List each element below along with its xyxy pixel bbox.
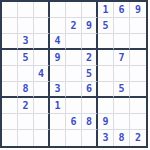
cell-r5c5[interactable] [66, 66, 82, 82]
cell-r4c4[interactable]: 9 [50, 50, 66, 66]
cell-r8c5[interactable]: 6 [66, 114, 82, 130]
cell-r9c1[interactable] [2, 130, 18, 146]
cell-r2c7[interactable]: 5 [98, 18, 114, 34]
cell-r8c6[interactable]: 8 [82, 114, 98, 130]
cell-r1c3[interactable] [34, 2, 50, 18]
cell-r6c1[interactable] [2, 82, 18, 98]
cell-r9c7[interactable]: 3 [98, 130, 114, 146]
cell-r5c8[interactable] [114, 66, 130, 82]
cell-r1c8[interactable]: 6 [114, 2, 130, 18]
cell-r1c1[interactable] [2, 2, 18, 18]
cell-r7c1[interactable] [2, 98, 18, 114]
cell-r5c1[interactable] [2, 66, 18, 82]
cell-r2c9[interactable] [130, 18, 146, 34]
cell-r7c6[interactable] [82, 98, 98, 114]
cell-r6c7[interactable] [98, 82, 114, 98]
cell-r1c7[interactable]: 1 [98, 2, 114, 18]
cell-r8c8[interactable] [114, 114, 130, 130]
cell-r5c3[interactable]: 4 [34, 66, 50, 82]
cell-r6c5[interactable] [66, 82, 82, 98]
cell-r3c8[interactable] [114, 34, 130, 50]
cell-r3c4[interactable]: 4 [50, 34, 66, 50]
cell-r8c3[interactable] [34, 114, 50, 130]
cell-r7c8[interactable] [114, 98, 130, 114]
cell-r7c7[interactable] [98, 98, 114, 114]
sudoku-puzzle: 16929534592745836521689382 [0, 0, 150, 150]
cell-r2c8[interactable] [114, 18, 130, 34]
cell-r6c8[interactable]: 5 [114, 82, 130, 98]
cell-r2c3[interactable] [34, 18, 50, 34]
cell-r1c4[interactable] [50, 2, 66, 18]
cell-r6c3[interactable] [34, 82, 50, 98]
cell-r1c2[interactable] [18, 2, 34, 18]
cell-r8c9[interactable] [130, 114, 146, 130]
cell-r8c2[interactable] [18, 114, 34, 130]
cell-r3c3[interactable] [34, 34, 50, 50]
cell-r7c9[interactable] [130, 98, 146, 114]
cell-r7c5[interactable] [66, 98, 82, 114]
cell-r6c6[interactable]: 6 [82, 82, 98, 98]
cell-r1c6[interactable] [82, 2, 98, 18]
cell-r1c9[interactable]: 9 [130, 2, 146, 18]
cell-r2c1[interactable] [2, 18, 18, 34]
cell-r3c5[interactable] [66, 34, 82, 50]
cell-r9c6[interactable] [82, 130, 98, 146]
cell-r4c5[interactable] [66, 50, 82, 66]
cell-r9c9[interactable]: 2 [130, 130, 146, 146]
cell-r7c2[interactable]: 2 [18, 98, 34, 114]
cell-r5c4[interactable] [50, 66, 66, 82]
cell-r5c6[interactable]: 5 [82, 66, 98, 82]
cell-r3c9[interactable] [130, 34, 146, 50]
cell-r5c7[interactable] [98, 66, 114, 82]
cell-r3c7[interactable] [98, 34, 114, 50]
cell-r5c2[interactable] [18, 66, 34, 82]
cell-r9c2[interactable] [18, 130, 34, 146]
cell-r4c2[interactable]: 5 [18, 50, 34, 66]
cell-r8c1[interactable] [2, 114, 18, 130]
cell-r4c7[interactable] [98, 50, 114, 66]
cell-r7c3[interactable] [34, 98, 50, 114]
cell-r4c8[interactable]: 7 [114, 50, 130, 66]
cell-r7c4[interactable]: 1 [50, 98, 66, 114]
cell-r9c4[interactable] [50, 130, 66, 146]
cell-r3c2[interactable]: 3 [18, 34, 34, 50]
cell-r1c5[interactable] [66, 2, 82, 18]
cell-r4c3[interactable] [34, 50, 50, 66]
cell-r8c7[interactable]: 9 [98, 114, 114, 130]
cell-r9c3[interactable] [34, 130, 50, 146]
cell-r3c1[interactable] [2, 34, 18, 50]
sudoku-board: 16929534592745836521689382 [0, 0, 148, 148]
cell-r2c6[interactable]: 9 [82, 18, 98, 34]
cell-r2c4[interactable] [50, 18, 66, 34]
cell-r6c9[interactable] [130, 82, 146, 98]
cell-r4c9[interactable] [130, 50, 146, 66]
cell-r4c1[interactable] [2, 50, 18, 66]
cell-r9c8[interactable]: 8 [114, 130, 130, 146]
cell-r5c9[interactable] [130, 66, 146, 82]
cell-r6c2[interactable]: 8 [18, 82, 34, 98]
cell-r3c6[interactable] [82, 34, 98, 50]
cell-r4c6[interactable]: 2 [82, 50, 98, 66]
cell-r2c5[interactable]: 2 [66, 18, 82, 34]
cell-r2c2[interactable] [18, 18, 34, 34]
cell-r6c4[interactable]: 3 [50, 82, 66, 98]
cell-r8c4[interactable] [50, 114, 66, 130]
cell-r9c5[interactable] [66, 130, 82, 146]
